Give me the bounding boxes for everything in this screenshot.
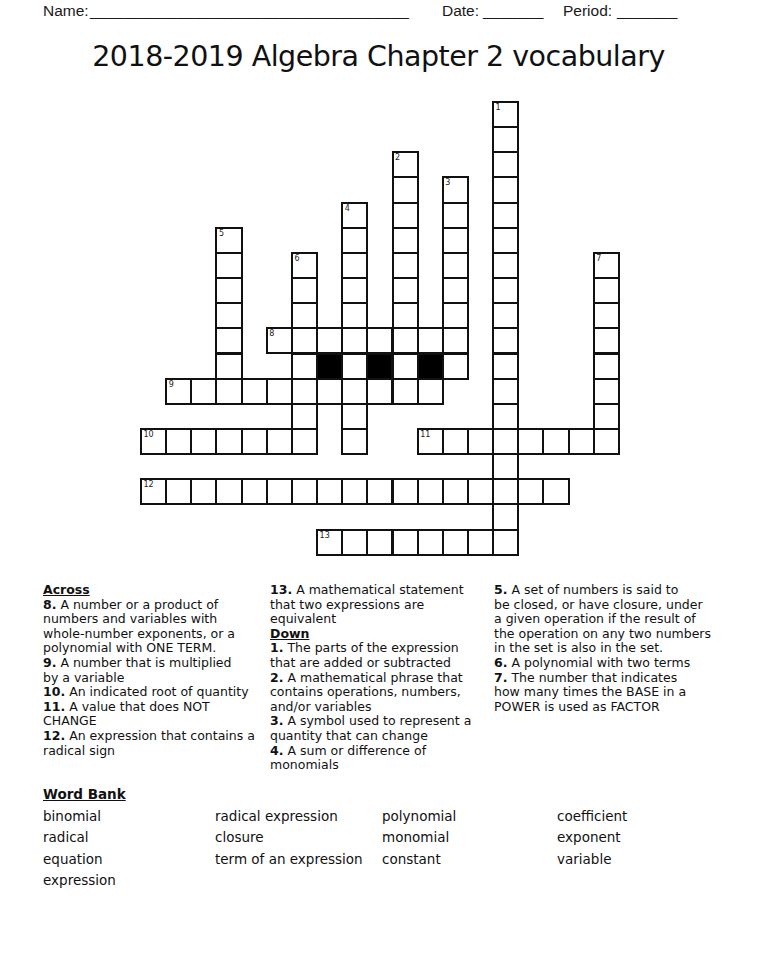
grid-cell[interactable] (165, 478, 192, 505)
clue-number: 2 (395, 153, 400, 162)
clue-7: 7. The number that indicates how many ti… (494, 671, 742, 715)
name-blank: _____________________________________ (90, 2, 409, 20)
grid-cell[interactable] (291, 327, 318, 354)
clue-number: 7 (596, 254, 601, 263)
grid-cell[interactable] (467, 428, 494, 455)
grid-cell[interactable] (442, 202, 469, 229)
clue-text: A polynomial with two terms (507, 655, 690, 670)
grid-cell[interactable]: 13 (316, 529, 343, 556)
grid-cell[interactable] (366, 529, 393, 556)
clue-1: 1. The parts of the expression that are … (270, 641, 492, 670)
grid-cell[interactable] (392, 252, 419, 279)
grid-cell[interactable] (190, 478, 217, 505)
grid-cell[interactable] (215, 277, 242, 304)
grid-cell[interactable]: 7 (593, 252, 620, 279)
grid-cell[interactable] (241, 378, 268, 405)
page-title: 2018-2019 Algebra Chapter 2 vocabulary (0, 40, 757, 73)
grid-cell[interactable] (392, 327, 419, 354)
clue-text: A mathematical phrase that contains oper… (270, 670, 463, 714)
grid-cell[interactable] (215, 327, 242, 354)
clue-number-label: 7. (494, 670, 507, 685)
word-bank-item: polynomial (382, 806, 456, 827)
grid-cell[interactable] (442, 529, 469, 556)
grid-cell[interactable] (492, 202, 519, 229)
grid-cell[interactable] (341, 403, 368, 430)
word-bank-item: variable (557, 849, 627, 870)
grid-cell[interactable] (341, 327, 368, 354)
clue-number: 9 (169, 380, 174, 389)
grid-cell[interactable] (341, 378, 368, 405)
grid-cell[interactable] (593, 378, 620, 405)
clue-number: 4 (345, 204, 350, 213)
clue-number-label: 1. (270, 640, 283, 655)
clue-text: A mathematical statement that two expres… (270, 582, 464, 626)
clue-text: A symbol used to represent a quantity th… (270, 713, 471, 743)
grid-cell[interactable] (492, 176, 519, 203)
clue-12: 12. An expression that contains a radica… (43, 729, 275, 758)
clue-text: A number that is multiplied by a variabl… (43, 655, 231, 685)
grid-cell[interactable] (341, 302, 368, 329)
word-bank-column: polynomialmonomialconstant (382, 806, 456, 870)
grid-cell[interactable] (593, 353, 620, 380)
grid-cell[interactable] (291, 302, 318, 329)
grid-cell[interactable] (517, 478, 544, 505)
grid-cell[interactable] (492, 327, 519, 354)
grid-cell[interactable] (341, 428, 368, 455)
period-label: Period: (563, 2, 612, 20)
clue-number: 10 (144, 430, 154, 439)
clue-2: 2. A mathematical phrase that contains o… (270, 671, 492, 715)
word-bank-item: monomial (382, 827, 456, 848)
grid-cell[interactable] (492, 428, 519, 455)
clue-number: 1 (496, 103, 501, 112)
grid-cell[interactable] (392, 478, 419, 505)
grid-cell[interactable] (392, 176, 419, 203)
date-label: Date: (442, 2, 479, 20)
clue-number-label: 8. (43, 597, 56, 612)
grid-cell[interactable] (492, 126, 519, 153)
grid-cell[interactable] (542, 428, 569, 455)
word-bank-item: term of an expression (215, 849, 363, 870)
grid-cell[interactable]: 2 (392, 151, 419, 178)
clue-6: 6. A polynomial with two terms (494, 656, 742, 671)
grid-cell[interactable] (593, 428, 620, 455)
grid-cell[interactable] (593, 277, 620, 304)
word-bank-column: binomialradicalequationexpression (43, 806, 116, 891)
grid-cell[interactable] (442, 353, 469, 380)
grid-cell[interactable] (542, 478, 569, 505)
grid-cell[interactable] (492, 353, 519, 380)
grid-cell[interactable] (392, 277, 419, 304)
grid-cell[interactable] (492, 453, 519, 480)
grid-cell[interactable] (392, 378, 419, 405)
grid-cell[interactable]: 5 (215, 227, 242, 254)
clue-number-label: 10. (43, 684, 65, 699)
grid-cell[interactable]: 4 (341, 202, 368, 229)
word-bank-item: constant (382, 849, 456, 870)
grid-cell[interactable] (442, 327, 469, 354)
grid-cell[interactable] (593, 302, 620, 329)
word-bank-item: equation (43, 849, 116, 870)
clue-number-label: 3. (270, 713, 283, 728)
clue-column-left: Across8. A number or a product of number… (43, 583, 275, 758)
clue-column-right: 5. A set of numbers is said to be closed… (494, 583, 742, 714)
grid-cell[interactable] (190, 428, 217, 455)
grid-cell[interactable] (593, 403, 620, 430)
grid-cell[interactable] (341, 277, 368, 304)
grid-cell[interactable] (492, 252, 519, 279)
grid-cell[interactable] (341, 478, 368, 505)
word-bank-column: radical expressionclosureterm of an expr… (215, 806, 363, 870)
grid-cell[interactable] (241, 428, 268, 455)
grid-cell[interactable] (190, 378, 217, 405)
grid-cell[interactable] (392, 202, 419, 229)
clue-number: 6 (294, 254, 299, 263)
clue-number-label: 9. (43, 655, 56, 670)
clue-number-label: 13. (270, 582, 292, 597)
grid-cell[interactable] (492, 277, 519, 304)
grid-cell[interactable] (215, 252, 242, 279)
clue-number: 13 (320, 531, 330, 540)
grid-cell[interactable] (266, 378, 293, 405)
grid-cell[interactable] (291, 277, 318, 304)
word-bank-item: radical expression (215, 806, 363, 827)
word-bank-column: coefficientexponentvariable (557, 806, 627, 870)
clue-number: 11 (420, 430, 430, 439)
grid-cell[interactable] (215, 428, 242, 455)
grid-cell[interactable] (165, 428, 192, 455)
grid-cell[interactable] (492, 478, 519, 505)
grid-cell[interactable] (316, 478, 343, 505)
clue-number-label: 6. (494, 655, 507, 670)
across-header: Across (43, 583, 275, 598)
blocked-cell (366, 353, 393, 380)
date-blank: _______ (483, 2, 543, 20)
grid-cell[interactable] (392, 302, 419, 329)
grid-cell[interactable] (517, 428, 544, 455)
grid-cell[interactable] (417, 529, 444, 556)
grid-cell[interactable] (241, 478, 268, 505)
grid-cell[interactable]: 12 (140, 478, 167, 505)
grid-cell[interactable] (366, 378, 393, 405)
clue-number: 3 (445, 178, 450, 187)
grid-cell[interactable] (492, 403, 519, 430)
word-bank-item: coefficient (557, 806, 627, 827)
grid-cell[interactable] (568, 428, 595, 455)
clue-9: 9. A number that is multiplied by a vari… (43, 656, 275, 685)
grid-cell[interactable] (492, 529, 519, 556)
grid-cell[interactable] (492, 302, 519, 329)
grid-cell[interactable] (215, 478, 242, 505)
grid-cell[interactable] (366, 478, 393, 505)
clue-number-label: 5. (494, 582, 507, 597)
grid-cell[interactable] (492, 227, 519, 254)
worksheet-page: { "game": "crossword", "title": "2018-20… (0, 0, 757, 980)
blocked-cell (417, 353, 444, 380)
clue-10: 10. An indicated root of quantity (43, 685, 275, 700)
grid-cell[interactable] (392, 529, 419, 556)
word-bank-item: closure (215, 827, 363, 848)
grid-cell[interactable] (215, 378, 242, 405)
grid-cell[interactable] (442, 252, 469, 279)
grid-cell[interactable] (392, 227, 419, 254)
grid-cell[interactable]: 6 (291, 252, 318, 279)
blocked-cell (316, 353, 343, 380)
grid-cell[interactable] (215, 302, 242, 329)
word-bank-item: expression (43, 870, 116, 891)
grid-cell[interactable] (266, 428, 293, 455)
grid-cell[interactable]: 9 (165, 378, 192, 405)
grid-cell[interactable] (417, 378, 444, 405)
grid-cell[interactable] (442, 478, 469, 505)
clue-number-label: 11. (43, 699, 65, 714)
grid-cell[interactable] (341, 252, 368, 279)
grid-cell[interactable] (492, 503, 519, 530)
clue-text: An expression that contains a radical si… (43, 728, 255, 758)
grid-cell[interactable]: 3 (442, 176, 469, 203)
word-bank-item: radical (43, 827, 116, 848)
clue-4: 4. A sum or difference of monomials (270, 744, 492, 773)
grid-cell[interactable] (215, 353, 242, 380)
clue-number: 8 (269, 329, 274, 338)
name-label: Name: (43, 2, 89, 20)
grid-cell[interactable]: 11 (417, 428, 444, 455)
grid-cell[interactable]: 10 (140, 428, 167, 455)
down-header: Down (270, 627, 492, 642)
clue-text: A sum or difference of monomials (270, 743, 426, 773)
word-bank-header: Word Bank (43, 786, 126, 802)
clue-text: A value that does NOT CHANGE (43, 699, 210, 729)
clue-8: 8. A number or a product of numbers and … (43, 598, 275, 656)
clue-number: 12 (144, 480, 154, 489)
word-bank-item: binomial (43, 806, 116, 827)
grid-cell[interactable] (593, 327, 620, 354)
grid-cell[interactable]: 1 (492, 101, 519, 128)
grid-cell[interactable]: 8 (266, 327, 293, 354)
grid-cell[interactable] (291, 428, 318, 455)
clue-text: A number or a product of numbers and var… (43, 597, 235, 656)
grid-cell[interactable] (341, 353, 368, 380)
clue-11: 11. A value that does NOT CHANGE (43, 700, 275, 729)
clue-column-middle: 13. A mathematical statement that two ex… (270, 583, 492, 773)
clue-number-label: 4. (270, 743, 283, 758)
grid-cell[interactable] (291, 403, 318, 430)
grid-cell[interactable] (341, 529, 368, 556)
grid-cell[interactable] (492, 151, 519, 178)
period-blank: _______ (617, 2, 677, 20)
clue-text: A set of numbers is said to be closed, o… (494, 582, 711, 655)
grid-cell[interactable] (266, 478, 293, 505)
grid-cell[interactable] (392, 353, 419, 380)
clue-5: 5. A set of numbers is said to be closed… (494, 583, 742, 656)
clue-number-label: 2. (270, 670, 283, 685)
word-bank-item: exponent (557, 827, 627, 848)
grid-cell[interactable] (291, 378, 318, 405)
grid-cell[interactable] (316, 327, 343, 354)
grid-cell[interactable] (467, 478, 494, 505)
grid-cell[interactable] (442, 277, 469, 304)
clue-13: 13. A mathematical statement that two ex… (270, 583, 492, 627)
grid-cell[interactable] (291, 478, 318, 505)
clue-number-label: 12. (43, 728, 65, 743)
grid-cell[interactable] (417, 478, 444, 505)
clue-text: The parts of the expression that are add… (270, 640, 459, 670)
grid-cell[interactable] (442, 428, 469, 455)
clue-text: The number that indicates how many times… (494, 670, 686, 714)
grid-cell[interactable] (492, 378, 519, 405)
clue-number: 5 (219, 229, 224, 238)
grid-cell[interactable] (366, 327, 393, 354)
grid-cell[interactable] (442, 227, 469, 254)
grid-cell[interactable] (341, 227, 368, 254)
clue-3: 3. A symbol used to represent a quantity… (270, 714, 492, 743)
clue-text: An indicated root of quantity (65, 684, 248, 699)
grid-cell[interactable] (291, 353, 318, 380)
grid-cell[interactable] (442, 302, 469, 329)
grid-cell[interactable] (467, 529, 494, 556)
grid-cell[interactable] (417, 327, 444, 354)
grid-cell[interactable] (316, 378, 343, 405)
